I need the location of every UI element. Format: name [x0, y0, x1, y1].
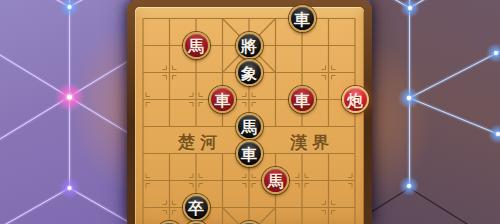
- red-horse-c2r1[interactable]: 馬: [183, 32, 210, 59]
- black-soldier-c2r7[interactable]: 卒: [183, 194, 210, 221]
- red-chariot-c6r3[interactable]: 車: [289, 86, 316, 113]
- black-unknown-c4r8[interactable]: [236, 221, 263, 224]
- red-chariot-c3r3[interactable]: 車: [209, 86, 236, 113]
- piece-character: 馬: [268, 173, 284, 189]
- piece-character: 馬: [188, 38, 204, 54]
- piece-layer: 車馬將象車車炮馬車馬卒: [130, 5, 369, 224]
- black-general-c4r1[interactable]: 將: [236, 32, 263, 59]
- xiangqi-board: 楚河 漢界 車馬將象車車炮馬車馬卒: [127, 0, 372, 224]
- black-horse-c4r4[interactable]: 馬: [236, 113, 263, 140]
- piece-character: 象: [241, 65, 257, 81]
- background-left-panel: [0, 0, 130, 224]
- board-surface[interactable]: 楚河 漢界 車馬將象車車炮馬車馬卒: [135, 7, 364, 224]
- black-unknown-c1r8[interactable]: [156, 221, 183, 224]
- background-right-panel: [370, 0, 500, 224]
- black-chariot-c4r5[interactable]: 車: [236, 140, 263, 167]
- piece-character: 車: [294, 92, 310, 108]
- piece-character: 車: [215, 92, 231, 108]
- xiangqi-screenshot: { "game": "xiangqi", "board": { "columns…: [0, 0, 500, 224]
- piece-character: 將: [241, 38, 257, 54]
- piece-character: 車: [241, 146, 257, 162]
- piece-character: 卒: [188, 200, 204, 216]
- piece-character: 車: [294, 11, 310, 27]
- black-unknown-c2r8[interactable]: [183, 221, 210, 224]
- red-horse-c5r6[interactable]: 馬: [262, 167, 289, 194]
- piece-character: 炮: [347, 92, 363, 108]
- black-elephant-c4r2[interactable]: 象: [236, 59, 263, 86]
- red-cannon-c8r3[interactable]: 炮: [342, 86, 369, 113]
- piece-character: 馬: [241, 119, 257, 135]
- black-chariot-c6r0[interactable]: 車: [289, 5, 316, 32]
